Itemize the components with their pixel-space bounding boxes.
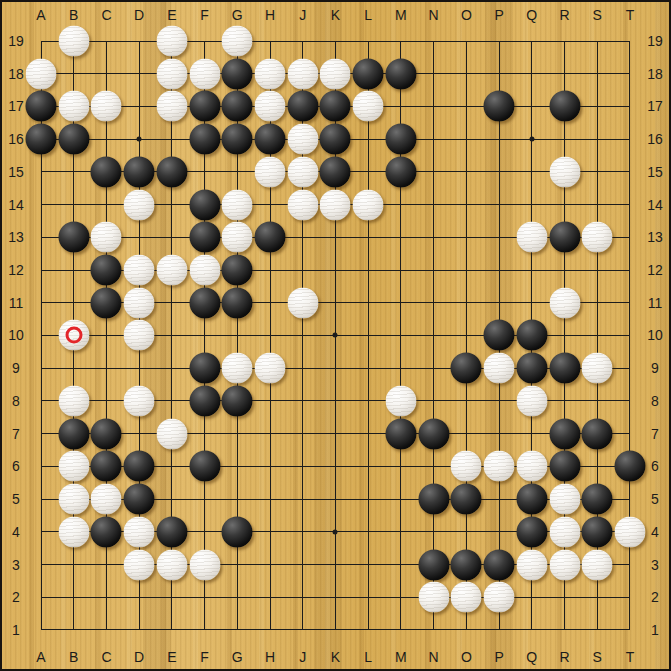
grid-line-vertical	[433, 41, 434, 631]
stone-white	[255, 353, 286, 384]
stone-black	[516, 353, 547, 384]
stone-white	[549, 549, 580, 580]
stone-white	[91, 91, 122, 122]
stone-white	[58, 91, 89, 122]
stone-white	[58, 484, 89, 515]
stone-black	[222, 516, 253, 547]
coord-label-bottom: E	[167, 649, 176, 665]
stone-white	[124, 516, 155, 547]
stone-black	[58, 418, 89, 449]
stone-white	[58, 516, 89, 547]
coord-label-right: 13	[647, 229, 663, 245]
stone-black	[189, 222, 220, 253]
coord-label-top: B	[69, 7, 78, 23]
coord-label-bottom: N	[429, 649, 439, 665]
stone-black	[320, 124, 351, 155]
stone-black	[418, 549, 449, 580]
stone-white	[549, 516, 580, 547]
stone-white	[156, 58, 187, 89]
stone-black	[582, 516, 613, 547]
stone-black	[614, 451, 645, 482]
coord-label-left: 15	[8, 164, 24, 180]
coord-label-bottom: H	[265, 649, 275, 665]
grid-line-vertical	[368, 41, 369, 631]
stone-white	[320, 189, 351, 220]
stone-black	[156, 156, 187, 187]
coord-label-bottom: R	[559, 649, 569, 665]
coord-label-bottom: D	[134, 649, 144, 665]
coord-label-bottom: L	[364, 649, 372, 665]
stone-white	[320, 58, 351, 89]
stone-white	[287, 189, 318, 220]
coord-label-left: 13	[8, 229, 24, 245]
stone-black	[189, 385, 220, 416]
coord-label-left: 7	[12, 426, 20, 442]
stone-black	[189, 91, 220, 122]
stone-black	[91, 287, 122, 318]
go-board-screen: AABBCCDDEEFFGGHHJJKKLLMMNNOOPPQQRRSSTT19…	[0, 0, 671, 671]
stone-white	[451, 582, 482, 613]
stone-black	[287, 91, 318, 122]
stone-black	[124, 156, 155, 187]
coord-label-top: T	[626, 7, 635, 23]
stone-black	[91, 516, 122, 547]
stone-black	[255, 222, 286, 253]
stone-white	[353, 189, 384, 220]
stone-black	[549, 222, 580, 253]
stone-black	[451, 484, 482, 515]
stone-white	[516, 451, 547, 482]
coord-label-left: 14	[8, 197, 24, 213]
coord-label-bottom: M	[395, 649, 407, 665]
coord-label-bottom: F	[200, 649, 209, 665]
stone-black	[320, 156, 351, 187]
stone-black	[156, 516, 187, 547]
stone-black	[418, 484, 449, 515]
coord-label-top: N	[429, 7, 439, 23]
coord-label-right: 19	[647, 33, 663, 49]
stone-black	[385, 156, 416, 187]
stone-white	[287, 156, 318, 187]
coord-label-right: 5	[651, 491, 659, 507]
stone-white	[516, 549, 547, 580]
stone-white	[484, 451, 515, 482]
stone-black	[484, 549, 515, 580]
coord-label-bottom: Q	[526, 649, 537, 665]
stone-black	[189, 353, 220, 384]
star-point	[333, 333, 338, 338]
stone-black	[451, 549, 482, 580]
stone-black	[222, 124, 253, 155]
coord-label-left: 1	[12, 622, 20, 638]
coord-label-bottom: O	[461, 649, 472, 665]
stone-white	[222, 222, 253, 253]
stone-white	[418, 582, 449, 613]
coord-label-right: 3	[651, 557, 659, 573]
coord-label-top: C	[101, 7, 111, 23]
stone-black	[58, 124, 89, 155]
coord-label-right: 1	[651, 622, 659, 638]
stone-white	[58, 385, 89, 416]
coord-label-left: 3	[12, 557, 20, 573]
stone-white	[91, 484, 122, 515]
stone-white	[222, 26, 253, 57]
coord-label-right: 16	[647, 131, 663, 147]
stone-white	[353, 91, 384, 122]
coord-label-left: 8	[12, 393, 20, 409]
coord-label-top: A	[36, 7, 45, 23]
coord-label-right: 12	[647, 262, 663, 278]
stone-white	[124, 320, 155, 351]
coord-label-right: 14	[647, 197, 663, 213]
last-move-marker	[65, 327, 82, 344]
stone-white	[124, 549, 155, 580]
coord-label-top: F	[200, 7, 209, 23]
coord-label-top: J	[299, 7, 306, 23]
stone-white	[124, 255, 155, 286]
stone-black	[124, 484, 155, 515]
stone-white	[156, 418, 187, 449]
coord-label-right: 17	[647, 98, 663, 114]
stone-white	[156, 26, 187, 57]
coord-label-top: R	[559, 7, 569, 23]
stone-white	[58, 451, 89, 482]
coord-label-top: M	[395, 7, 407, 23]
coord-label-left: 5	[12, 491, 20, 507]
stone-black	[320, 91, 351, 122]
stone-white	[222, 189, 253, 220]
coord-label-bottom: K	[331, 649, 340, 665]
stone-black	[26, 91, 57, 122]
coord-label-bottom: J	[299, 649, 306, 665]
stone-black	[255, 124, 286, 155]
coord-label-bottom: T	[626, 649, 635, 665]
coord-label-top: G	[232, 7, 243, 23]
stone-white	[124, 287, 155, 318]
stone-black	[582, 484, 613, 515]
stone-black	[451, 353, 482, 384]
stone-black	[549, 451, 580, 482]
coord-label-bottom: B	[69, 649, 78, 665]
star-point	[137, 137, 142, 142]
stone-black	[484, 91, 515, 122]
coord-label-right: 4	[651, 524, 659, 540]
coord-label-top: D	[134, 7, 144, 23]
stone-black	[385, 58, 416, 89]
stone-white	[222, 353, 253, 384]
stone-white	[484, 582, 515, 613]
coord-label-left: 16	[8, 131, 24, 147]
coord-label-top: S	[593, 7, 602, 23]
coord-label-top: O	[461, 7, 472, 23]
stone-black	[516, 516, 547, 547]
grid-line-horizontal	[41, 433, 631, 434]
stone-white	[255, 91, 286, 122]
coord-label-right: 15	[647, 164, 663, 180]
coord-label-left: 10	[8, 327, 24, 343]
stone-white	[516, 385, 547, 416]
stone-black	[91, 156, 122, 187]
go-board[interactable]: AABBCCDDEEFFGGHHJJKKLLMMNNOOPPQQRRSSTT19…	[0, 0, 671, 671]
star-point	[333, 529, 338, 534]
coord-label-right: 9	[651, 360, 659, 376]
coord-label-top: H	[265, 7, 275, 23]
stone-white	[156, 91, 187, 122]
stone-black	[222, 58, 253, 89]
stone-black	[385, 418, 416, 449]
stone-white	[582, 549, 613, 580]
stone-black	[58, 222, 89, 253]
coord-label-left: 19	[8, 33, 24, 49]
stone-black	[549, 91, 580, 122]
stone-black	[189, 451, 220, 482]
stone-white	[26, 58, 57, 89]
stone-white	[614, 516, 645, 547]
coord-label-right: 6	[651, 458, 659, 474]
coord-label-left: 17	[8, 98, 24, 114]
stone-white	[549, 156, 580, 187]
stone-white	[451, 451, 482, 482]
coord-label-left: 2	[12, 589, 20, 605]
coord-label-left: 9	[12, 360, 20, 376]
stone-white	[91, 222, 122, 253]
stone-black	[124, 451, 155, 482]
stone-black	[189, 124, 220, 155]
stone-white	[516, 222, 547, 253]
coord-label-right: 8	[651, 393, 659, 409]
stone-black	[189, 189, 220, 220]
stone-black	[222, 287, 253, 318]
stone-black	[91, 451, 122, 482]
coord-label-bottom: C	[101, 649, 111, 665]
coord-label-left: 11	[9, 295, 24, 311]
stone-white	[189, 58, 220, 89]
stone-white	[287, 58, 318, 89]
stone-white	[189, 549, 220, 580]
stone-white	[156, 255, 187, 286]
stone-white	[287, 287, 318, 318]
stone-white	[255, 156, 286, 187]
stone-black	[91, 255, 122, 286]
grid-line-horizontal	[41, 597, 631, 598]
stone-white	[189, 255, 220, 286]
grid-line-horizontal	[41, 629, 631, 630]
coord-label-right: 18	[647, 66, 663, 82]
stone-black	[549, 418, 580, 449]
stone-white	[582, 222, 613, 253]
stone-black	[189, 287, 220, 318]
stone-black	[484, 320, 515, 351]
coord-label-left: 18	[8, 66, 24, 82]
coord-label-top: K	[331, 7, 340, 23]
coord-label-right: 11	[648, 295, 663, 311]
stone-white	[255, 58, 286, 89]
stone-black	[418, 418, 449, 449]
stone-black	[549, 353, 580, 384]
stone-white	[156, 549, 187, 580]
stone-white	[582, 353, 613, 384]
stone-black	[91, 418, 122, 449]
coord-label-bottom: G	[232, 649, 243, 665]
stone-black	[222, 91, 253, 122]
coord-label-left: 4	[12, 524, 20, 540]
coord-label-bottom: A	[36, 649, 45, 665]
star-point	[529, 137, 534, 142]
stone-white	[549, 484, 580, 515]
coord-label-top: Q	[526, 7, 537, 23]
coord-label-right: 2	[651, 589, 659, 605]
coord-label-bottom: S	[593, 649, 602, 665]
stone-black	[582, 418, 613, 449]
stone-white	[58, 26, 89, 57]
stone-black	[26, 124, 57, 155]
stone-white	[124, 385, 155, 416]
grid-line-vertical	[466, 41, 467, 631]
coord-label-right: 10	[647, 327, 663, 343]
stone-white	[124, 189, 155, 220]
stone-white	[287, 124, 318, 155]
stone-black	[516, 320, 547, 351]
coord-label-right: 7	[651, 426, 659, 442]
stone-black	[222, 255, 253, 286]
coord-label-top: E	[167, 7, 176, 23]
coord-label-top: L	[364, 7, 372, 23]
stone-black	[222, 385, 253, 416]
stone-white	[385, 385, 416, 416]
stone-black	[385, 124, 416, 155]
coord-label-bottom: P	[494, 649, 503, 665]
coord-label-left: 6	[12, 458, 20, 474]
stone-black	[353, 58, 384, 89]
coord-label-left: 12	[8, 262, 24, 278]
stone-white	[484, 353, 515, 384]
stone-white	[549, 287, 580, 318]
stone-black	[516, 484, 547, 515]
coord-label-top: P	[494, 7, 503, 23]
